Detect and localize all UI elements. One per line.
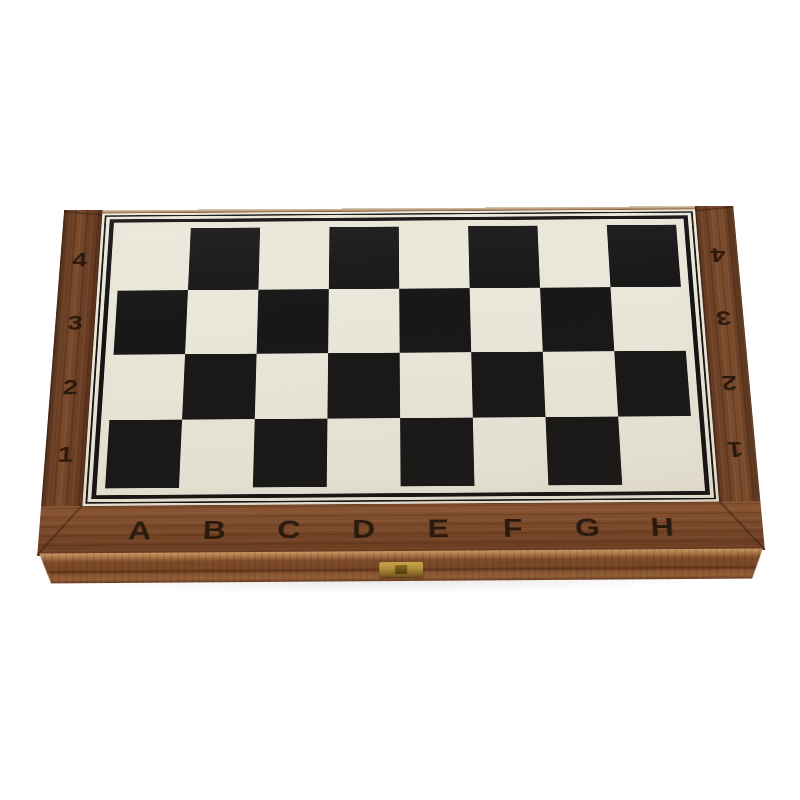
square-c1 bbox=[253, 419, 328, 488]
square-a4 bbox=[118, 228, 191, 290]
square-c4 bbox=[258, 227, 329, 289]
square-h4 bbox=[607, 225, 681, 287]
square-h2 bbox=[614, 350, 691, 416]
square-e3 bbox=[399, 288, 471, 352]
square-h3 bbox=[610, 287, 685, 351]
pinstripe-outer bbox=[85, 211, 716, 503]
square-b3 bbox=[185, 289, 258, 353]
square-a3 bbox=[114, 290, 188, 354]
square-g2 bbox=[543, 351, 618, 417]
pinstripe-inner bbox=[91, 215, 710, 499]
square-f3 bbox=[470, 288, 543, 352]
box-top-surface: 4321 4321 ABCDEFGH bbox=[37, 206, 765, 556]
square-a1 bbox=[105, 420, 182, 489]
box-front-side bbox=[37, 548, 765, 583]
square-b1 bbox=[179, 419, 255, 488]
square-c2 bbox=[255, 353, 328, 419]
square-f1 bbox=[473, 417, 549, 486]
photo-background: 4321 4321 ABCDEFGH bbox=[0, 0, 800, 800]
square-d2 bbox=[327, 352, 400, 418]
brass-clasp bbox=[379, 562, 423, 577]
square-g4 bbox=[537, 225, 610, 287]
square-d3 bbox=[328, 289, 400, 353]
board-grid bbox=[105, 225, 696, 489]
square-d4 bbox=[329, 227, 399, 289]
frame-bottom-rail bbox=[37, 501, 765, 555]
square-e4 bbox=[399, 226, 470, 288]
square-a2 bbox=[109, 354, 185, 420]
square-g3 bbox=[540, 287, 614, 351]
square-d1 bbox=[327, 418, 401, 487]
folded-chess-box: 4321 4321 ABCDEFGH bbox=[0, 0, 800, 800]
square-b4 bbox=[188, 228, 260, 290]
square-e1 bbox=[400, 418, 474, 487]
square-f4 bbox=[468, 226, 540, 288]
board-card bbox=[82, 209, 719, 506]
square-e2 bbox=[400, 352, 473, 418]
square-f2 bbox=[471, 351, 545, 417]
square-h1 bbox=[618, 416, 696, 485]
square-c3 bbox=[257, 289, 329, 353]
square-b2 bbox=[182, 353, 257, 419]
square-g1 bbox=[546, 417, 623, 486]
